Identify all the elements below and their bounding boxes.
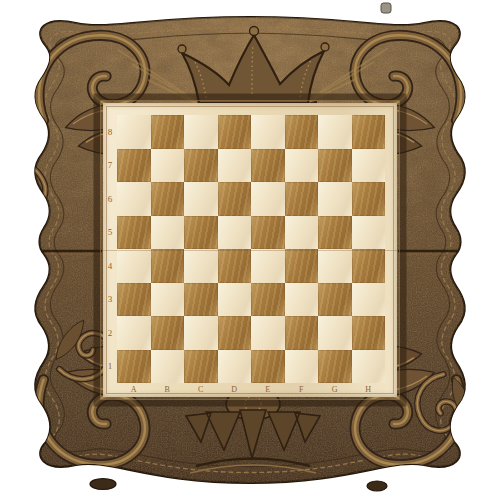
square-e1: [251, 350, 285, 384]
square-g6: [318, 182, 352, 216]
square-a3: [117, 283, 151, 317]
square-b5: [151, 216, 185, 250]
square-f8: [285, 115, 319, 149]
square-d1: [218, 350, 252, 384]
file-label-b: B: [151, 384, 185, 397]
square-g1: [318, 350, 352, 384]
square-b4: [151, 249, 185, 283]
rank-label-8: 8: [103, 115, 117, 149]
square-f3: [285, 283, 319, 317]
square-c8: [184, 115, 218, 149]
square-f1: [285, 350, 319, 384]
file-label-c: C: [184, 384, 218, 397]
square-h7: [352, 149, 386, 183]
square-h6: [352, 182, 386, 216]
square-f6: [285, 182, 319, 216]
hinge-pin: [381, 3, 391, 13]
square-a4: [117, 249, 151, 283]
square-e5: [251, 216, 285, 250]
square-g2: [318, 316, 352, 350]
rank-label-7: 7: [103, 149, 117, 183]
square-g4: [318, 249, 352, 283]
square-h5: [352, 216, 386, 250]
square-g8: [318, 115, 352, 149]
square-d3: [218, 283, 252, 317]
square-g7: [318, 149, 352, 183]
file-label-f: F: [285, 384, 319, 397]
file-label-g: G: [318, 384, 352, 397]
square-d4: [218, 249, 252, 283]
square-d6: [218, 182, 252, 216]
square-c6: [184, 182, 218, 216]
square-e4: [251, 249, 285, 283]
rank-label-3: 3: [103, 283, 117, 317]
rank-labels: 87654321: [103, 115, 117, 383]
square-g3: [318, 283, 352, 317]
square-a5: [117, 216, 151, 250]
square-h4: [352, 249, 386, 283]
square-g5: [318, 216, 352, 250]
square-f4: [285, 249, 319, 283]
square-e7: [251, 149, 285, 183]
square-h3: [352, 283, 386, 317]
chess-board: 87654321 ABCDEFGH: [103, 103, 397, 397]
square-c7: [184, 149, 218, 183]
square-b7: [151, 149, 185, 183]
square-d2: [218, 316, 252, 350]
side-scroll-right-upper: [473, 100, 500, 174]
square-b6: [151, 182, 185, 216]
square-f2: [285, 316, 319, 350]
square-d5: [218, 216, 252, 250]
square-c2: [184, 316, 218, 350]
file-label-e: E: [251, 384, 285, 397]
carved-chess-box-photo: 87654321 ABCDEFGH: [0, 0, 500, 500]
rank-label-1: 1: [103, 350, 117, 384]
rank-label-2: 2: [103, 316, 117, 350]
square-b1: [151, 350, 185, 384]
square-a6: [117, 182, 151, 216]
file-label-h: H: [352, 384, 386, 397]
square-b8: [151, 115, 185, 149]
square-e6: [251, 182, 285, 216]
clasp-left: [90, 479, 116, 490]
rank-label-5: 5: [103, 216, 117, 250]
square-d8: [218, 115, 252, 149]
square-h1: [352, 350, 386, 384]
board-fold-seam: [103, 250, 397, 251]
square-e3: [251, 283, 285, 317]
board-grid: [117, 115, 385, 383]
square-d7: [218, 149, 252, 183]
square-c4: [184, 249, 218, 283]
file-label-a: A: [117, 384, 151, 397]
square-a1: [117, 350, 151, 384]
square-b2: [151, 316, 185, 350]
clasp-right: [367, 481, 387, 491]
rank-label-4: 4: [103, 249, 117, 283]
square-c5: [184, 216, 218, 250]
square-c1: [184, 350, 218, 384]
square-f7: [285, 149, 319, 183]
square-e2: [251, 316, 285, 350]
square-h2: [352, 316, 386, 350]
square-h8: [352, 115, 386, 149]
square-a7: [117, 149, 151, 183]
square-b3: [151, 283, 185, 317]
square-f5: [285, 216, 319, 250]
square-e8: [251, 115, 285, 149]
square-a2: [117, 316, 151, 350]
file-label-d: D: [218, 384, 252, 397]
rank-label-6: 6: [103, 182, 117, 216]
square-a8: [117, 115, 151, 149]
square-c3: [184, 283, 218, 317]
file-labels: ABCDEFGH: [117, 384, 385, 397]
